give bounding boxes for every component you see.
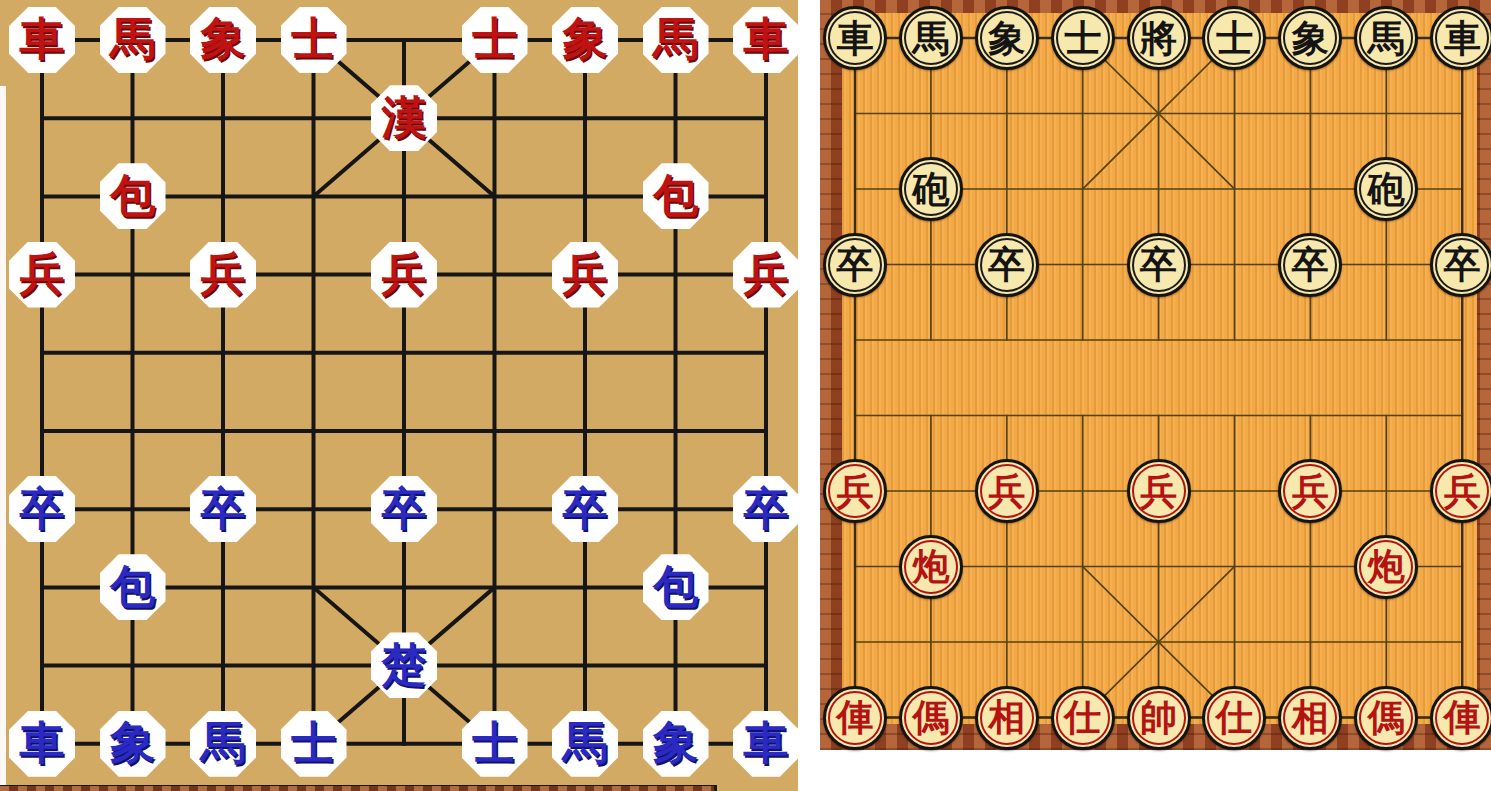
janggi-point-r2c0[interactable]	[0, 157, 87, 235]
xiangqi-point-r4c8[interactable]	[1424, 302, 1491, 378]
xiangqi-piece-black-r0c6[interactable]: 象	[1278, 6, 1342, 70]
xiangqi-point-r9c1: 傌	[893, 680, 969, 756]
janggi-point-r1c4: 漢	[359, 79, 450, 157]
janggi-piece-red-r0c3[interactable]: 士	[281, 7, 347, 73]
piece-glyph: 將	[1140, 20, 1177, 57]
xiangqi-point-r6c7[interactable]	[1348, 453, 1424, 529]
piece-glyph: 車	[837, 20, 874, 57]
janggi-point-r5c2[interactable]	[178, 392, 269, 470]
janggi-point-r0c2: 象	[178, 1, 269, 79]
xiangqi-point-r7c3[interactable]	[1045, 529, 1121, 605]
xiangqi-point-r8c5[interactable]	[1197, 604, 1273, 680]
janggi-piece-blue-r7c1[interactable]: 包	[100, 554, 166, 620]
xiangqi-point-r0c2: 象	[969, 0, 1045, 76]
xiangqi-point-r2c4[interactable]	[1121, 151, 1197, 227]
piece-glyph: 包	[110, 174, 155, 219]
xiangqi-point-r5c0[interactable]	[817, 378, 893, 454]
janggi-point-r7c7: 包	[630, 548, 721, 626]
xiangqi-point-r4c7[interactable]	[1348, 302, 1424, 378]
janggi-piece-blue-r9c6[interactable]: 馬	[552, 711, 618, 777]
piece-glyph: 馬	[653, 17, 698, 62]
janggi-piece-red-r3c2[interactable]: 兵	[190, 242, 256, 308]
janggi-piece-red-r1c4[interactable]: 漢	[371, 85, 437, 151]
janggi-piece-blue-r6c0[interactable]: 卒	[9, 476, 75, 542]
piece-glyph: 兵	[988, 473, 1025, 510]
janggi-point-r3c3[interactable]	[268, 235, 359, 313]
janggi-point-r8c0[interactable]	[0, 626, 87, 704]
xiangqi-piece-red-r9c7[interactable]: 傌	[1354, 686, 1418, 750]
xiangqi-point-r8c1[interactable]	[893, 604, 969, 680]
janggi-point-r9c6: 馬	[540, 705, 631, 783]
janggi-point-r8c1[interactable]	[87, 626, 178, 704]
xiangqi-point-r5c7[interactable]	[1348, 378, 1424, 454]
piece-glyph: 楚	[382, 643, 427, 688]
xiangqi-piece-red-r7c1[interactable]: 炮	[899, 535, 963, 599]
piece-glyph: 車	[744, 721, 789, 766]
piece-glyph: 兵	[1444, 473, 1481, 510]
janggi-point-r6c5[interactable]	[449, 470, 540, 548]
xiangqi-point-r0c5: 士	[1197, 0, 1273, 76]
xiangqi-point-r1c1[interactable]	[893, 76, 969, 152]
xiangqi-point-r5c3[interactable]	[1045, 378, 1121, 454]
piece-glyph: 兵	[1140, 473, 1177, 510]
xiangqi-point-r1c4[interactable]	[1121, 76, 1197, 152]
piece-glyph: 車	[744, 17, 789, 62]
xiangqi-point-r1c7[interactable]	[1348, 76, 1424, 152]
janggi-point-r6c1[interactable]	[87, 470, 178, 548]
piece-glyph: 馬	[201, 721, 246, 766]
piece-glyph: 相	[988, 699, 1025, 736]
janggi-point-r5c8[interactable]	[721, 392, 812, 470]
xiangqi-point-r6c5[interactable]	[1197, 453, 1273, 529]
janggi-piece-red-r0c0[interactable]: 車	[9, 7, 75, 73]
piece-glyph: 士	[1064, 20, 1101, 57]
xiangqi-point-r8c8[interactable]	[1424, 604, 1491, 680]
piece-glyph: 卒	[1140, 246, 1177, 283]
xiangqi-point-r5c5[interactable]	[1197, 378, 1273, 454]
piece-glyph: 卒	[837, 246, 874, 283]
janggi-point-r7c2[interactable]	[178, 548, 269, 626]
xiangqi-point-r2c5[interactable]	[1197, 151, 1273, 227]
xiangqi-point-r0c6: 象	[1272, 0, 1348, 76]
janggi-point-r0c3: 士	[268, 1, 359, 79]
piece-glyph: 象	[988, 20, 1025, 57]
janggi-point-r8c4: 楚	[359, 626, 450, 704]
janggi-piece-red-r0c5[interactable]: 士	[462, 7, 528, 73]
xiangqi-point-r1c2[interactable]	[969, 76, 1045, 152]
piece-glyph: 馬	[1368, 20, 1405, 57]
xiangqi-piece-red-r9c4[interactable]: 帥	[1127, 686, 1191, 750]
janggi-point-r2c4[interactable]	[359, 157, 450, 235]
xiangqi-point-r4c6[interactable]	[1272, 302, 1348, 378]
janggi-point-r1c1[interactable]	[87, 79, 178, 157]
piece-glyph: 卒	[988, 246, 1025, 283]
piece-glyph: 馬	[912, 20, 949, 57]
janggi-point-r7c8[interactable]	[721, 548, 812, 626]
janggi-point-r2c1: 包	[87, 157, 178, 235]
xiangqi-point-r5c4[interactable]	[1121, 378, 1197, 454]
xiangqi-piece-black-r3c4[interactable]: 卒	[1127, 233, 1191, 297]
piece-glyph: 士	[472, 17, 517, 62]
piece-glyph: 士	[291, 17, 336, 62]
xiangqi-piece-red-r9c2[interactable]: 相	[975, 686, 1039, 750]
janggi-point-r9c0: 車	[0, 705, 87, 783]
xiangqi-point-r7c5[interactable]	[1197, 529, 1273, 605]
xiangqi-point-r9c8: 俥	[1424, 680, 1491, 756]
janggi-point-r1c2[interactable]	[178, 79, 269, 157]
xiangqi-point-r6c0: 兵	[817, 453, 893, 529]
janggi-piece-red-r2c1[interactable]: 包	[100, 163, 166, 229]
piece-glyph: 馬	[563, 721, 608, 766]
janggi-point-r6c7[interactable]	[630, 470, 721, 548]
piece-glyph: 兵	[1292, 473, 1329, 510]
xiangqi-point-r3c1[interactable]	[893, 227, 969, 303]
xiangqi-piece-red-r7c7[interactable]: 炮	[1354, 535, 1418, 599]
janggi-point-r3c5[interactable]	[449, 235, 540, 313]
xiangqi-piece-red-r6c8[interactable]: 兵	[1430, 459, 1491, 523]
janggi-piece-blue-r6c6[interactable]: 卒	[552, 476, 618, 542]
janggi-piece-red-r2c7[interactable]: 包	[643, 163, 709, 229]
xiangqi-point-r2c7: 砲	[1348, 151, 1424, 227]
janggi-point-r8c7[interactable]	[630, 626, 721, 704]
janggi-point-r0c8: 車	[721, 1, 812, 79]
xiangqi-point-r2c6[interactable]	[1272, 151, 1348, 227]
xiangqi-point-r6c6: 兵	[1272, 453, 1348, 529]
janggi-point-r4c6[interactable]	[540, 314, 631, 392]
piece-glyph: 兵	[837, 473, 874, 510]
piece-glyph: 卒	[20, 487, 65, 532]
xiangqi-point-r3c8: 卒	[1424, 227, 1491, 303]
janggi-piece-blue-r9c2[interactable]: 馬	[190, 711, 256, 777]
janggi-piece-blue-r9c5[interactable]: 士	[462, 711, 528, 777]
janggi-point-r6c8: 卒	[721, 470, 812, 548]
janggi-point-r2c2[interactable]	[178, 157, 269, 235]
piece-glyph: 卒	[1292, 246, 1329, 283]
janggi-point-r7c3[interactable]	[268, 548, 359, 626]
janggi-point-r0c6: 象	[540, 1, 631, 79]
xiangqi-piece-red-r9c3[interactable]: 仕	[1051, 686, 1115, 750]
xiangqi-point-r4c3[interactable]	[1045, 302, 1121, 378]
xiangqi-point-r2c0[interactable]	[817, 151, 893, 227]
piece-glyph: 包	[653, 565, 698, 610]
piece-glyph: 兵	[201, 252, 246, 297]
piece-glyph: 車	[1444, 20, 1481, 57]
janggi-point-r4c3[interactable]	[268, 314, 359, 392]
xiangqi-point-r4c5[interactable]	[1197, 302, 1273, 378]
xiangqi-point-r7c7: 炮	[1348, 529, 1424, 605]
janggi-point-r6c4: 卒	[359, 470, 450, 548]
piece-glyph: 傌	[1368, 699, 1405, 736]
piece-glyph: 俥	[837, 699, 874, 736]
janggi-point-r1c5[interactable]	[449, 79, 540, 157]
janggi-point-r1c3[interactable]	[268, 79, 359, 157]
janggi-point-r0c7: 馬	[630, 1, 721, 79]
janggi-piece-blue-r9c3[interactable]: 士	[281, 711, 347, 777]
janggi-point-r6c0: 卒	[0, 470, 87, 548]
xiangqi-piece-black-r3c8[interactable]: 卒	[1430, 233, 1491, 297]
piece-glyph: 車	[20, 17, 65, 62]
janggi-point-r1c6[interactable]	[540, 79, 631, 157]
xiangqi-piece-red-r6c4[interactable]: 兵	[1127, 459, 1191, 523]
xiangqi-piece-black-r0c3[interactable]: 士	[1051, 6, 1115, 70]
janggi-piece-red-r0c8[interactable]: 車	[733, 7, 799, 73]
piece-glyph: 象	[110, 721, 155, 766]
xiangqi-point-r7c1: 炮	[893, 529, 969, 605]
janggi-point-r9c3: 士	[268, 705, 359, 783]
xiangqi-point-r8c2[interactable]	[969, 604, 1045, 680]
xiangqi-point-r6c3[interactable]	[1045, 453, 1121, 529]
janggi-point-r9c4[interactable]	[359, 705, 450, 783]
janggi-point-r0c0: 車	[0, 1, 87, 79]
piece-glyph: 卒	[201, 487, 246, 532]
janggi-piece-blue-r9c8[interactable]: 車	[733, 711, 799, 777]
janggi-left-edge-margin	[0, 86, 6, 785]
screenshot-root: 車馬象士士象馬車漢包包兵兵兵兵兵卒卒卒卒卒包包楚車象馬士士馬象車 車馬象士將士象…	[0, 0, 1491, 791]
xiangqi-piece-red-r9c0[interactable]: 俥	[823, 686, 887, 750]
janggi-piece-red-r0c1[interactable]: 馬	[100, 7, 166, 73]
janggi-point-r1c7[interactable]	[630, 79, 721, 157]
xiangqi-point-r9c2: 相	[969, 680, 1045, 756]
janggi-piece-blue-r9c1[interactable]: 象	[100, 711, 166, 777]
janggi-point-r2c8[interactable]	[721, 157, 812, 235]
xiangqi-point-r1c0[interactable]	[817, 76, 893, 152]
xiangqi-piece-black-r3c2[interactable]: 卒	[975, 233, 1039, 297]
janggi-point-r9c8: 車	[721, 705, 812, 783]
xiangqi-point-r5c1[interactable]	[893, 378, 969, 454]
piece-glyph: 兵	[382, 252, 427, 297]
xiangqi-point-r2c2[interactable]	[969, 151, 1045, 227]
janggi-point-r3c4: 兵	[359, 235, 450, 313]
janggi-piece-red-r0c7[interactable]: 馬	[643, 7, 709, 73]
janggi-piece-blue-r6c2[interactable]: 卒	[190, 476, 256, 542]
piece-glyph: 包	[653, 174, 698, 219]
xiangqi-piece-red-r9c1[interactable]: 傌	[899, 686, 963, 750]
janggi-point-r7c5[interactable]	[449, 548, 540, 626]
janggi-point-r3c0: 兵	[0, 235, 87, 313]
xiangqi-point-r7c4[interactable]	[1121, 529, 1197, 605]
janggi-point-r6c3[interactable]	[268, 470, 359, 548]
janggi-piece-red-r3c6[interactable]: 兵	[552, 242, 618, 308]
janggi-piece-red-r3c0[interactable]: 兵	[9, 242, 75, 308]
xiangqi-point-r8c7[interactable]	[1348, 604, 1424, 680]
piece-glyph: 砲	[912, 171, 949, 208]
janggi-point-r0c5: 士	[449, 1, 540, 79]
janggi-piece-blue-r8c4[interactable]: 楚	[371, 632, 437, 698]
janggi-point-r4c4[interactable]	[359, 314, 450, 392]
xiangqi-point-r6c4: 兵	[1121, 453, 1197, 529]
janggi-piece-blue-r7c7[interactable]: 包	[643, 554, 709, 620]
xiangqi-point-r9c5: 仕	[1197, 680, 1273, 756]
xiangqi-piece-red-r6c2[interactable]: 兵	[975, 459, 1039, 523]
janggi-point-r2c7: 包	[630, 157, 721, 235]
janggi-point-r6c6: 卒	[540, 470, 631, 548]
piece-glyph: 卒	[744, 487, 789, 532]
xiangqi-point-r3c7[interactable]	[1348, 227, 1424, 303]
janggi-point-r2c5[interactable]	[449, 157, 540, 235]
janggi-point-r0c4[interactable]	[359, 1, 450, 79]
piece-glyph: 仕	[1216, 699, 1253, 736]
janggi-piece-red-r3c8[interactable]: 兵	[733, 242, 799, 308]
janggi-piece-blue-r6c8[interactable]: 卒	[733, 476, 799, 542]
piece-glyph: 象	[1292, 20, 1329, 57]
xiangqi-point-r5c6[interactable]	[1272, 378, 1348, 454]
janggi-point-r3c2: 兵	[178, 235, 269, 313]
janggi-point-r4c0[interactable]	[0, 314, 87, 392]
xiangqi-point-r4c0[interactable]	[817, 302, 893, 378]
xiangqi-point-r2c3[interactable]	[1045, 151, 1121, 227]
piece-glyph: 相	[1292, 699, 1329, 736]
xiangqi-piece-red-r9c6[interactable]: 相	[1278, 686, 1342, 750]
xiangqi-point-r4c1[interactable]	[893, 302, 969, 378]
xiangqi-piece-black-r0c0[interactable]: 車	[823, 6, 887, 70]
xiangqi-piece-black-r3c0[interactable]: 卒	[823, 233, 887, 297]
xiangqi-piece-black-r3c6[interactable]: 卒	[1278, 233, 1342, 297]
janggi-piece-blue-r9c7[interactable]: 象	[643, 711, 709, 777]
janggi-point-r5c7[interactable]	[630, 392, 721, 470]
piece-glyph: 漢	[382, 96, 427, 141]
xiangqi-piece-black-r0c2[interactable]: 象	[975, 6, 1039, 70]
piece-glyph: 炮	[1368, 548, 1405, 585]
xiangqi-piece-red-r9c8[interactable]: 俥	[1430, 686, 1491, 750]
xiangqi-point-r3c4: 卒	[1121, 227, 1197, 303]
piece-glyph: 炮	[912, 548, 949, 585]
piece-glyph: 帥	[1140, 699, 1177, 736]
xiangqi-point-r2c1: 砲	[893, 151, 969, 227]
piece-glyph: 士	[1216, 20, 1253, 57]
janggi-point-r7c0[interactable]	[0, 548, 87, 626]
xiangqi-piece-black-r0c4[interactable]: 將	[1127, 6, 1191, 70]
janggi-piece-blue-r9c0[interactable]: 車	[9, 711, 75, 777]
xiangqi-point-r0c4: 將	[1121, 0, 1197, 76]
xiangqi-point-r3c5[interactable]	[1197, 227, 1273, 303]
xiangqi-point-r5c2[interactable]	[969, 378, 1045, 454]
xiangqi-point-r2c8[interactable]	[1424, 151, 1491, 227]
xiangqi-point-r6c1[interactable]	[893, 453, 969, 529]
janggi-point-r7c4[interactable]	[359, 548, 450, 626]
xiangqi-point-r7c0[interactable]	[817, 529, 893, 605]
xiangqi-point-r3c6: 卒	[1272, 227, 1348, 303]
xiangqi-piece-red-r6c0[interactable]: 兵	[823, 459, 887, 523]
janggi-point-r7c1: 包	[87, 548, 178, 626]
janggi-point-r1c0[interactable]	[0, 79, 87, 157]
janggi-board[interactable]: 車馬象士士象馬車漢包包兵兵兵兵兵卒卒卒卒卒包包楚車象馬士士馬象車	[0, 0, 798, 791]
janggi-point-r5c1[interactable]	[87, 392, 178, 470]
xiangqi-point-r9c0: 俥	[817, 680, 893, 756]
piece-glyph: 兵	[744, 252, 789, 297]
xiangqi-piece-black-r2c1[interactable]: 砲	[899, 157, 963, 221]
janggi-point-r5c3[interactable]	[268, 392, 359, 470]
janggi-point-r8c2[interactable]	[178, 626, 269, 704]
piece-glyph: 卒	[1444, 246, 1481, 283]
janggi-point-r8c6[interactable]	[540, 626, 631, 704]
janggi-piece-red-r0c2[interactable]: 象	[190, 7, 256, 73]
janggi-point-r5c5[interactable]	[449, 392, 540, 470]
piece-glyph: 俥	[1444, 699, 1481, 736]
xiangqi-point-r7c8[interactable]	[1424, 529, 1491, 605]
janggi-piece-red-r3c4[interactable]: 兵	[371, 242, 437, 308]
janggi-point-r6c2: 卒	[178, 470, 269, 548]
janggi-point-r5c0[interactable]	[0, 392, 87, 470]
janggi-point-r8c3[interactable]	[268, 626, 359, 704]
janggi-point-r5c6[interactable]	[540, 392, 631, 470]
janggi-piece-blue-r6c4[interactable]: 卒	[371, 476, 437, 542]
janggi-point-r4c5[interactable]	[449, 314, 540, 392]
xiangqi-piece-red-r9c5[interactable]: 仕	[1202, 686, 1266, 750]
janggi-bottom-edge-strip	[0, 785, 717, 791]
xiangqi-point-r1c8[interactable]	[1424, 76, 1491, 152]
xiangqi-point-r0c3: 士	[1045, 0, 1121, 76]
piece-glyph: 包	[110, 565, 155, 610]
janggi-point-r3c8: 兵	[721, 235, 812, 313]
piece-glyph: 士	[291, 721, 336, 766]
janggi-point-r1c8[interactable]	[721, 79, 812, 157]
xiangqi-point-r5c8[interactable]	[1424, 378, 1491, 454]
xiangqi-piece-black-r0c8[interactable]: 車	[1430, 6, 1491, 70]
xiangqi-point-r4c2[interactable]	[969, 302, 1045, 378]
janggi-point-r8c8[interactable]	[721, 626, 812, 704]
xiangqi-piece-black-r0c1[interactable]: 馬	[899, 6, 963, 70]
xiangqi-point-r0c7: 馬	[1348, 0, 1424, 76]
piece-glyph: 卒	[382, 487, 427, 532]
janggi-point-r3c6: 兵	[540, 235, 631, 313]
xiangqi-point-r8c6[interactable]	[1272, 604, 1348, 680]
janggi-point-r3c1[interactable]	[87, 235, 178, 313]
janggi-point-r4c2[interactable]	[178, 314, 269, 392]
xiangqi-point-r0c0: 車	[817, 0, 893, 76]
piece-glyph: 卒	[563, 487, 608, 532]
xiangqi-point-r8c3[interactable]	[1045, 604, 1121, 680]
janggi-point-r2c3[interactable]	[268, 157, 359, 235]
janggi-point-r9c1: 象	[87, 705, 178, 783]
xiangqi-point-r8c4[interactable]	[1121, 604, 1197, 680]
xiangqi-piece-black-r0c5[interactable]: 士	[1202, 6, 1266, 70]
xiangqi-piece-red-r6c6[interactable]: 兵	[1278, 459, 1342, 523]
xiangqi-piece-black-r0c7[interactable]: 馬	[1354, 6, 1418, 70]
piece-glyph: 兵	[563, 252, 608, 297]
xiangqi-point-r9c4: 帥	[1121, 680, 1197, 756]
piece-glyph: 象	[201, 17, 246, 62]
piece-glyph: 兵	[20, 252, 65, 297]
xiangqi-board[interactable]: 車馬象士將士象馬車砲砲卒卒卒卒卒兵兵兵兵兵炮炮俥傌相仕帥仕相傌俥	[820, 0, 1491, 750]
janggi-point-r9c7: 象	[630, 705, 721, 783]
xiangqi-point-r7c6[interactable]	[1272, 529, 1348, 605]
janggi-point-r5c4[interactable]	[359, 392, 450, 470]
xiangqi-point-r7c2[interactable]	[969, 529, 1045, 605]
janggi-point-r7c6[interactable]	[540, 548, 631, 626]
xiangqi-point-r1c5[interactable]	[1197, 76, 1273, 152]
xiangqi-point-r8c0[interactable]	[817, 604, 893, 680]
janggi-piece-red-r0c6[interactable]: 象	[552, 7, 618, 73]
janggi-piece-grid: 車馬象士士象馬車漢包包兵兵兵兵兵卒卒卒卒卒包包楚車象馬士士馬象車	[0, 1, 811, 783]
xiangqi-point-r1c3[interactable]	[1045, 76, 1121, 152]
xiangqi-point-r1c6[interactable]	[1272, 76, 1348, 152]
piece-glyph: 仕	[1064, 699, 1101, 736]
janggi-point-r8c5[interactable]	[449, 626, 540, 704]
xiangqi-piece-black-r2c7[interactable]: 砲	[1354, 157, 1418, 221]
xiangqi-point-r3c2: 卒	[969, 227, 1045, 303]
janggi-point-r4c8[interactable]	[721, 314, 812, 392]
xiangqi-point-r3c3[interactable]	[1045, 227, 1121, 303]
janggi-point-r2c6[interactable]	[540, 157, 631, 235]
janggi-point-r3c7[interactable]	[630, 235, 721, 313]
piece-glyph: 砲	[1368, 171, 1405, 208]
xiangqi-piece-grid: 車馬象士將士象馬車砲砲卒卒卒卒卒兵兵兵兵兵炮炮俥傌相仕帥仕相傌俥	[817, 0, 1491, 755]
xiangqi-point-r4c4[interactable]	[1121, 302, 1197, 378]
janggi-point-r4c1[interactable]	[87, 314, 178, 392]
xiangqi-point-r3c0: 卒	[817, 227, 893, 303]
xiangqi-point-r0c8: 車	[1424, 0, 1491, 76]
janggi-point-r4c7[interactable]	[630, 314, 721, 392]
